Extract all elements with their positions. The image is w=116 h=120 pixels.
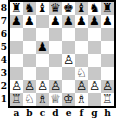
white-pawn-piece: ♙: [63, 54, 74, 67]
rank-label-7: 7: [0, 15, 8, 28]
square-h2[interactable]: ♙: [101, 80, 114, 93]
white-knight-piece: ♘: [76, 67, 87, 80]
square-d4[interactable]: [49, 54, 62, 67]
square-c8[interactable]: ♝: [36, 2, 49, 15]
black-knight-piece: ♞: [24, 2, 35, 15]
square-a3[interactable]: [10, 67, 23, 80]
square-a8[interactable]: ♜: [10, 2, 23, 15]
square-b6[interactable]: [23, 28, 36, 41]
black-knight-piece: ♞: [89, 2, 100, 15]
square-g3[interactable]: [88, 67, 101, 80]
black-rook-piece: ♜: [102, 2, 113, 15]
square-e6[interactable]: [62, 28, 75, 41]
square-d2[interactable]: ♙: [49, 80, 62, 93]
square-e4[interactable]: ♙: [62, 54, 75, 67]
square-c3[interactable]: [36, 67, 49, 80]
square-c5[interactable]: ♟: [36, 41, 49, 54]
square-b3[interactable]: [23, 67, 36, 80]
square-f5[interactable]: [75, 41, 88, 54]
rank-label-1: 1: [0, 93, 8, 106]
white-rook-piece: ♖: [11, 93, 22, 106]
white-king-piece: ♔: [63, 93, 74, 106]
square-h3[interactable]: [101, 67, 114, 80]
white-pawn-piece: ♙: [76, 80, 87, 93]
square-a5[interactable]: [10, 41, 23, 54]
square-f6[interactable]: [75, 28, 88, 41]
square-d7[interactable]: ♟: [49, 15, 62, 28]
rank-label-2: 2: [0, 80, 8, 93]
square-g7[interactable]: ♟: [88, 15, 101, 28]
square-d3[interactable]: [49, 67, 62, 80]
square-c1[interactable]: ♗: [36, 93, 49, 106]
square-e5[interactable]: [62, 41, 75, 54]
square-g4[interactable]: [88, 54, 101, 67]
square-b2[interactable]: ♙: [23, 80, 36, 93]
square-e8[interactable]: ♚: [62, 2, 75, 15]
file-label-c: c: [36, 108, 49, 119]
black-pawn-piece: ♟: [76, 15, 87, 28]
file-labels-row: abcdefgh: [0, 108, 116, 119]
square-f8[interactable]: ♝: [75, 2, 88, 15]
file-label-f: f: [75, 108, 88, 119]
square-f3[interactable]: ♘: [75, 67, 88, 80]
black-pawn-piece: ♟: [102, 15, 113, 28]
square-h1[interactable]: ♖: [101, 93, 114, 106]
black-pawn-piece: ♟: [37, 41, 48, 54]
black-bishop-piece: ♝: [76, 2, 87, 15]
white-pawn-piece: ♙: [89, 80, 100, 93]
square-c6[interactable]: [36, 28, 49, 41]
square-b4[interactable]: [23, 54, 36, 67]
white-rook-piece: ♖: [102, 93, 113, 106]
black-pawn-piece: ♟: [89, 15, 100, 28]
square-c2[interactable]: ♙: [36, 80, 49, 93]
square-e7[interactable]: ♟: [62, 15, 75, 28]
file-label-d: d: [49, 108, 62, 119]
file-labels-spacer: [0, 108, 10, 119]
file-label-a: a: [10, 108, 23, 119]
square-f7[interactable]: ♟: [75, 15, 88, 28]
square-g8[interactable]: ♞: [88, 2, 101, 15]
square-b1[interactable]: ♘: [23, 93, 36, 106]
file-label-e: e: [62, 108, 75, 119]
square-b7[interactable]: ♟: [23, 15, 36, 28]
chess-board: ♜♞♝♛♚♝♞♜♟♟♟♟♟♟♟♟♙♘♙♙♙♙♙♙♙♖♘♗♕♔♗♖: [8, 0, 116, 108]
square-a7[interactable]: ♟: [10, 15, 23, 28]
white-pawn-piece: ♙: [24, 80, 35, 93]
rank-label-3: 3: [0, 67, 8, 80]
square-g2[interactable]: ♙: [88, 80, 101, 93]
square-a2[interactable]: ♙: [10, 80, 23, 93]
black-pawn-piece: ♟: [50, 15, 61, 28]
black-king-piece: ♚: [63, 2, 74, 15]
file-label-h: h: [101, 108, 114, 119]
black-bishop-piece: ♝: [37, 2, 48, 15]
black-pawn-piece: ♟: [63, 15, 74, 28]
black-queen-piece: ♛: [50, 2, 61, 15]
white-bishop-piece: ♗: [76, 93, 87, 106]
file-label-g: g: [88, 108, 101, 119]
square-e3[interactable]: [62, 67, 75, 80]
rank-label-8: 8: [0, 2, 8, 15]
file-label-b: b: [23, 108, 36, 119]
square-e1[interactable]: ♔: [62, 93, 75, 106]
square-c4[interactable]: [36, 54, 49, 67]
black-rook-piece: ♜: [11, 2, 22, 15]
square-g6[interactable]: [88, 28, 101, 41]
square-d6[interactable]: [49, 28, 62, 41]
white-pawn-piece: ♙: [102, 80, 113, 93]
white-pawn-piece: ♙: [50, 80, 61, 93]
white-knight-piece: ♘: [24, 93, 35, 106]
square-h7[interactable]: ♟: [101, 15, 114, 28]
square-d8[interactable]: ♛: [49, 2, 62, 15]
square-h6[interactable]: [101, 28, 114, 41]
rank-label-5: 5: [0, 41, 8, 54]
file-labels: abcdefgh: [10, 108, 114, 119]
square-h5[interactable]: [101, 41, 114, 54]
rank-labels: 87654321: [0, 0, 8, 106]
square-d1[interactable]: ♕: [49, 93, 62, 106]
white-pawn-piece: ♙: [11, 80, 22, 93]
square-b5[interactable]: [23, 41, 36, 54]
white-pawn-piece: ♙: [37, 80, 48, 93]
square-f4[interactable]: [75, 54, 88, 67]
square-h4[interactable]: [101, 54, 114, 67]
square-a4[interactable]: [10, 54, 23, 67]
square-c7[interactable]: [36, 15, 49, 28]
square-a6[interactable]: [10, 28, 23, 41]
square-d5[interactable]: [49, 41, 62, 54]
rank-label-6: 6: [0, 28, 8, 41]
square-a1[interactable]: ♖: [10, 93, 23, 106]
square-g1[interactable]: [88, 93, 101, 106]
black-pawn-piece: ♟: [11, 15, 22, 28]
rank-label-4: 4: [0, 54, 8, 67]
square-h8[interactable]: ♜: [101, 2, 114, 15]
square-f1[interactable]: ♗: [75, 93, 88, 106]
square-e2[interactable]: [62, 80, 75, 93]
square-g5[interactable]: [88, 41, 101, 54]
board-with-rank-labels: 87654321 ♜♞♝♛♚♝♞♜♟♟♟♟♟♟♟♟♙♘♙♙♙♙♙♙♙♖♘♗♕♔♗…: [0, 0, 116, 108]
square-f2[interactable]: ♙: [75, 80, 88, 93]
chess-diagram: 87654321 ♜♞♝♛♚♝♞♜♟♟♟♟♟♟♟♟♙♘♙♙♙♙♙♙♙♖♘♗♕♔♗…: [0, 0, 116, 120]
square-b8[interactable]: ♞: [23, 2, 36, 15]
white-bishop-piece: ♗: [37, 93, 48, 106]
black-pawn-piece: ♟: [24, 15, 35, 28]
white-queen-piece: ♕: [50, 93, 61, 106]
